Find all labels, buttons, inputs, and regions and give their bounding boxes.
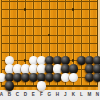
intersection[interactable]: [93, 5, 100, 14]
intersection[interactable]: [85, 14, 93, 23]
intersection[interactable]: [53, 14, 61, 23]
intersection[interactable]: [85, 48, 93, 57]
intersection[interactable]: [77, 31, 85, 40]
go-board-screenshot: ABCDEFGHJKLMN: [0, 0, 100, 100]
intersection[interactable]: [69, 48, 77, 57]
intersection[interactable]: [37, 31, 45, 40]
intersection[interactable]: [93, 14, 100, 23]
intersection[interactable]: [61, 5, 69, 14]
intersection[interactable]: [37, 39, 45, 48]
intersection[interactable]: [93, 31, 100, 40]
board-grid: [0, 0, 100, 90]
intersection[interactable]: [5, 48, 13, 57]
intersection[interactable]: [53, 5, 61, 14]
intersection[interactable]: [21, 5, 29, 14]
intersection[interactable]: [21, 48, 29, 57]
intersection[interactable]: [45, 48, 53, 57]
intersection[interactable]: [77, 22, 85, 31]
column-label: K: [69, 90, 77, 100]
intersection[interactable]: [93, 82, 100, 91]
intersection[interactable]: [93, 65, 100, 74]
intersection[interactable]: [37, 82, 45, 91]
intersection[interactable]: [29, 31, 37, 40]
intersection[interactable]: [61, 22, 69, 31]
intersection[interactable]: [21, 14, 29, 23]
intersection[interactable]: [61, 39, 69, 48]
intersection[interactable]: [13, 14, 21, 23]
black-stone[interactable]: [93, 73, 100, 82]
column-label: L: [77, 90, 85, 100]
intersection[interactable]: [69, 65, 77, 74]
intersection[interactable]: [53, 82, 61, 91]
intersection[interactable]: [29, 48, 37, 57]
intersection[interactable]: [93, 22, 100, 31]
intersection[interactable]: [13, 82, 21, 91]
intersection[interactable]: [5, 82, 13, 91]
intersection[interactable]: [45, 82, 53, 91]
intersection[interactable]: [13, 31, 21, 40]
intersection[interactable]: [37, 5, 45, 14]
intersection[interactable]: [53, 48, 61, 57]
intersection[interactable]: [85, 31, 93, 40]
column-label: E: [29, 90, 37, 100]
intersection[interactable]: [13, 22, 21, 31]
column-labels: ABCDEFGHJKLMN: [0, 90, 100, 100]
intersection[interactable]: [69, 39, 77, 48]
intersection[interactable]: [21, 39, 29, 48]
intersection[interactable]: [77, 82, 85, 91]
intersection[interactable]: [61, 14, 69, 23]
intersection[interactable]: [45, 5, 53, 14]
intersection[interactable]: [77, 39, 85, 48]
intersection[interactable]: [69, 14, 77, 23]
intersection[interactable]: [69, 31, 77, 40]
intersection[interactable]: [21, 22, 29, 31]
intersection[interactable]: [77, 5, 85, 14]
intersection[interactable]: [69, 5, 77, 14]
intersection[interactable]: [85, 5, 93, 14]
intersection[interactable]: [13, 5, 21, 14]
intersection[interactable]: [85, 82, 93, 91]
intersection[interactable]: [45, 14, 53, 23]
intersection[interactable]: [61, 48, 69, 57]
column-label: H: [53, 90, 61, 100]
column-label: C: [13, 90, 21, 100]
column-label: G: [45, 90, 53, 100]
intersection[interactable]: [5, 22, 13, 31]
column-label: J: [61, 90, 69, 100]
column-label: F: [37, 90, 45, 100]
intersection[interactable]: [29, 14, 37, 23]
intersection[interactable]: [69, 82, 77, 91]
intersection[interactable]: [77, 14, 85, 23]
intersection[interactable]: [69, 22, 77, 31]
intersection[interactable]: [5, 31, 13, 40]
intersection[interactable]: [93, 48, 100, 57]
column-label: D: [21, 90, 29, 100]
intersection[interactable]: [21, 82, 29, 91]
intersection[interactable]: [5, 14, 13, 23]
intersection[interactable]: [29, 39, 37, 48]
intersection[interactable]: [5, 39, 13, 48]
intersection[interactable]: [29, 22, 37, 31]
column-label: N: [93, 90, 100, 100]
intersection[interactable]: [93, 39, 100, 48]
intersection[interactable]: [21, 31, 29, 40]
intersection[interactable]: [77, 48, 85, 57]
column-label: M: [85, 90, 93, 100]
intersection[interactable]: [5, 5, 13, 14]
intersection[interactable]: [45, 39, 53, 48]
intersection[interactable]: [93, 73, 100, 82]
intersection[interactable]: [37, 14, 45, 23]
intersection[interactable]: [13, 48, 21, 57]
intersection[interactable]: [45, 31, 53, 40]
intersection[interactable]: [85, 39, 93, 48]
intersection[interactable]: [85, 22, 93, 31]
intersection[interactable]: [53, 31, 61, 40]
intersection[interactable]: [45, 22, 53, 31]
intersection[interactable]: [61, 82, 69, 91]
intersection[interactable]: [29, 5, 37, 14]
intersection[interactable]: [37, 22, 45, 31]
intersection[interactable]: [13, 39, 21, 48]
intersection[interactable]: [37, 48, 45, 57]
intersection[interactable]: [53, 22, 61, 31]
column-label: B: [5, 90, 13, 100]
intersection[interactable]: [61, 31, 69, 40]
intersection[interactable]: [53, 39, 61, 48]
intersection[interactable]: [69, 73, 77, 82]
